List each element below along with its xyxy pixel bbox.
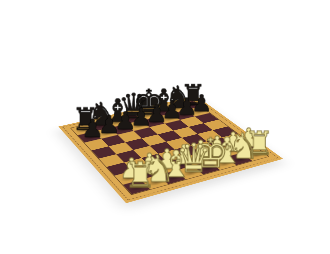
chess-board: ♜♞♝♛♚♝♞♜♟♟♟♟♟♟♟♟♟♟♟♟♟♟♟♟♜♞♝♛♚♝♞♜ <box>58 96 283 203</box>
chess-set-photo: ♜♞♝♛♚♝♞♜♟♟♟♟♟♟♟♟♟♟♟♟♟♟♟♟♜♞♝♛♚♝♞♜ <box>0 0 330 254</box>
white-rook: ♜ <box>113 160 167 190</box>
square-a1: ♜ <box>123 180 150 194</box>
chess-board-grid: ♜♞♝♛♚♝♞♜♟♟♟♟♟♟♟♟♟♟♟♟♟♟♟♟♜♞♝♛♚♝♞♜ <box>71 101 268 195</box>
black-pawn: ♟ <box>68 118 115 139</box>
